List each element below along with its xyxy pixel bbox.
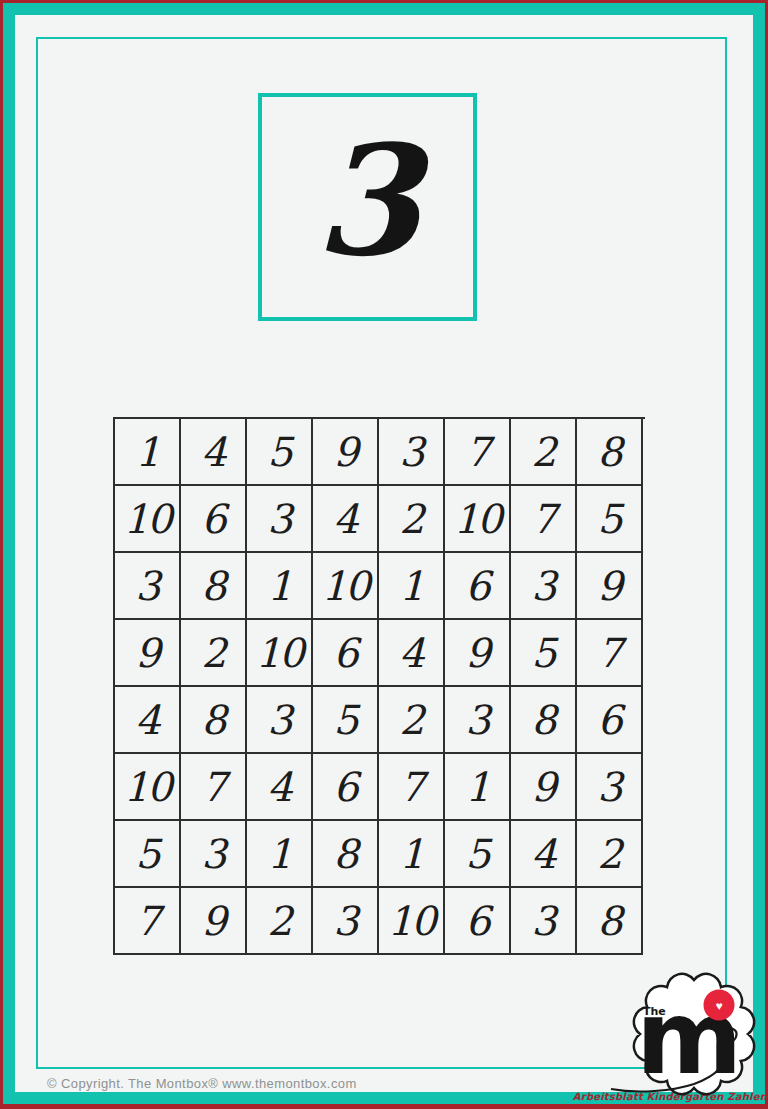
grid-cell[interactable]: 8 (511, 687, 577, 754)
target-number: 3 (315, 125, 421, 277)
grid-cell[interactable]: 10 (379, 888, 445, 955)
grid-cell[interactable]: 5 (247, 419, 313, 486)
grid-cell[interactable]: 2 (577, 821, 643, 888)
grid-cell[interactable]: 9 (511, 754, 577, 821)
grid-cell[interactable]: 6 (445, 888, 511, 955)
grid-cell[interactable]: 5 (577, 486, 643, 553)
grid-cell[interactable]: 4 (181, 419, 247, 486)
grid-cell[interactable]: 1 (379, 553, 445, 620)
grid-cell[interactable]: 7 (115, 888, 181, 955)
grid-cell[interactable]: 3 (445, 687, 511, 754)
logo-stamp-icon: m The ♥ (598, 942, 768, 1109)
grid-cell[interactable]: 8 (577, 419, 643, 486)
copyright-text: © Copyright. The Montbox® www.themontbox… (47, 1076, 357, 1091)
grid-cell[interactable]: 9 (181, 888, 247, 955)
grid-cell[interactable]: 7 (445, 419, 511, 486)
grid-cell[interactable]: 10 (115, 754, 181, 821)
grid-cell[interactable]: 9 (577, 553, 643, 620)
grid-cell[interactable]: 8 (181, 687, 247, 754)
grid-cell[interactable]: 10 (247, 620, 313, 687)
grid-cell[interactable]: 2 (181, 620, 247, 687)
grid-cell[interactable]: 6 (577, 687, 643, 754)
grid-cell[interactable]: 1 (115, 419, 181, 486)
grid-cell[interactable]: 7 (577, 620, 643, 687)
grid-cell[interactable]: 4 (313, 486, 379, 553)
grid-cell[interactable]: 6 (445, 553, 511, 620)
grid-cell[interactable]: 4 (379, 620, 445, 687)
grid-cell[interactable]: 5 (115, 821, 181, 888)
grid-cell[interactable]: 6 (181, 486, 247, 553)
grid-cell[interactable]: 2 (379, 486, 445, 553)
grid-cell[interactable]: 8 (181, 553, 247, 620)
grid-cell[interactable]: 7 (511, 486, 577, 553)
grid-cell[interactable]: 9 (313, 419, 379, 486)
grid-cell[interactable]: 3 (379, 419, 445, 486)
grid-cell[interactable]: 10 (445, 486, 511, 553)
logo-the-text: The (643, 1005, 666, 1018)
grid-cell[interactable]: 2 (511, 419, 577, 486)
grid-cell[interactable]: 3 (511, 888, 577, 955)
grid-cell[interactable]: 1 (379, 821, 445, 888)
grid-cell[interactable]: 7 (181, 754, 247, 821)
grid-cell[interactable]: 2 (247, 888, 313, 955)
grid-cell[interactable]: 3 (115, 553, 181, 620)
grid-cell[interactable]: 7 (379, 754, 445, 821)
grid-cell[interactable]: 5 (511, 620, 577, 687)
grid-cell[interactable]: 1 (445, 754, 511, 821)
balloon-heart-icon: ♥ (715, 999, 722, 1013)
grid-cell[interactable]: 3 (247, 486, 313, 553)
grid-cell[interactable]: 10 (115, 486, 181, 553)
grid-cell[interactable]: 5 (313, 687, 379, 754)
target-number-box: 3 (258, 93, 477, 321)
grid-cell[interactable]: 4 (247, 754, 313, 821)
grid-cell[interactable]: 6 (313, 620, 379, 687)
grid-cell[interactable]: 3 (181, 821, 247, 888)
grid-cell[interactable]: 2 (379, 687, 445, 754)
grid-cell[interactable]: 9 (445, 620, 511, 687)
grid-cell[interactable]: 10 (313, 553, 379, 620)
grid-cell[interactable]: 8 (313, 821, 379, 888)
grid-cell[interactable]: 4 (511, 821, 577, 888)
grid-cell[interactable]: 3 (511, 553, 577, 620)
grid-cell[interactable]: 1 (247, 821, 313, 888)
grid-cell[interactable]: 4 (115, 687, 181, 754)
grid-cell[interactable]: 5 (445, 821, 511, 888)
grid-cell[interactable]: 9 (115, 620, 181, 687)
grid-cell[interactable]: 6 (313, 754, 379, 821)
montbox-logo: m The ♥ (598, 942, 768, 1109)
number-grid: 1459372810634210753811016399210649574835… (113, 417, 645, 955)
grid-cell[interactable]: 1 (247, 553, 313, 620)
grid-cell[interactable]: 3 (577, 754, 643, 821)
grid-cell[interactable]: 3 (247, 687, 313, 754)
grid-cell[interactable]: 3 (313, 888, 379, 955)
